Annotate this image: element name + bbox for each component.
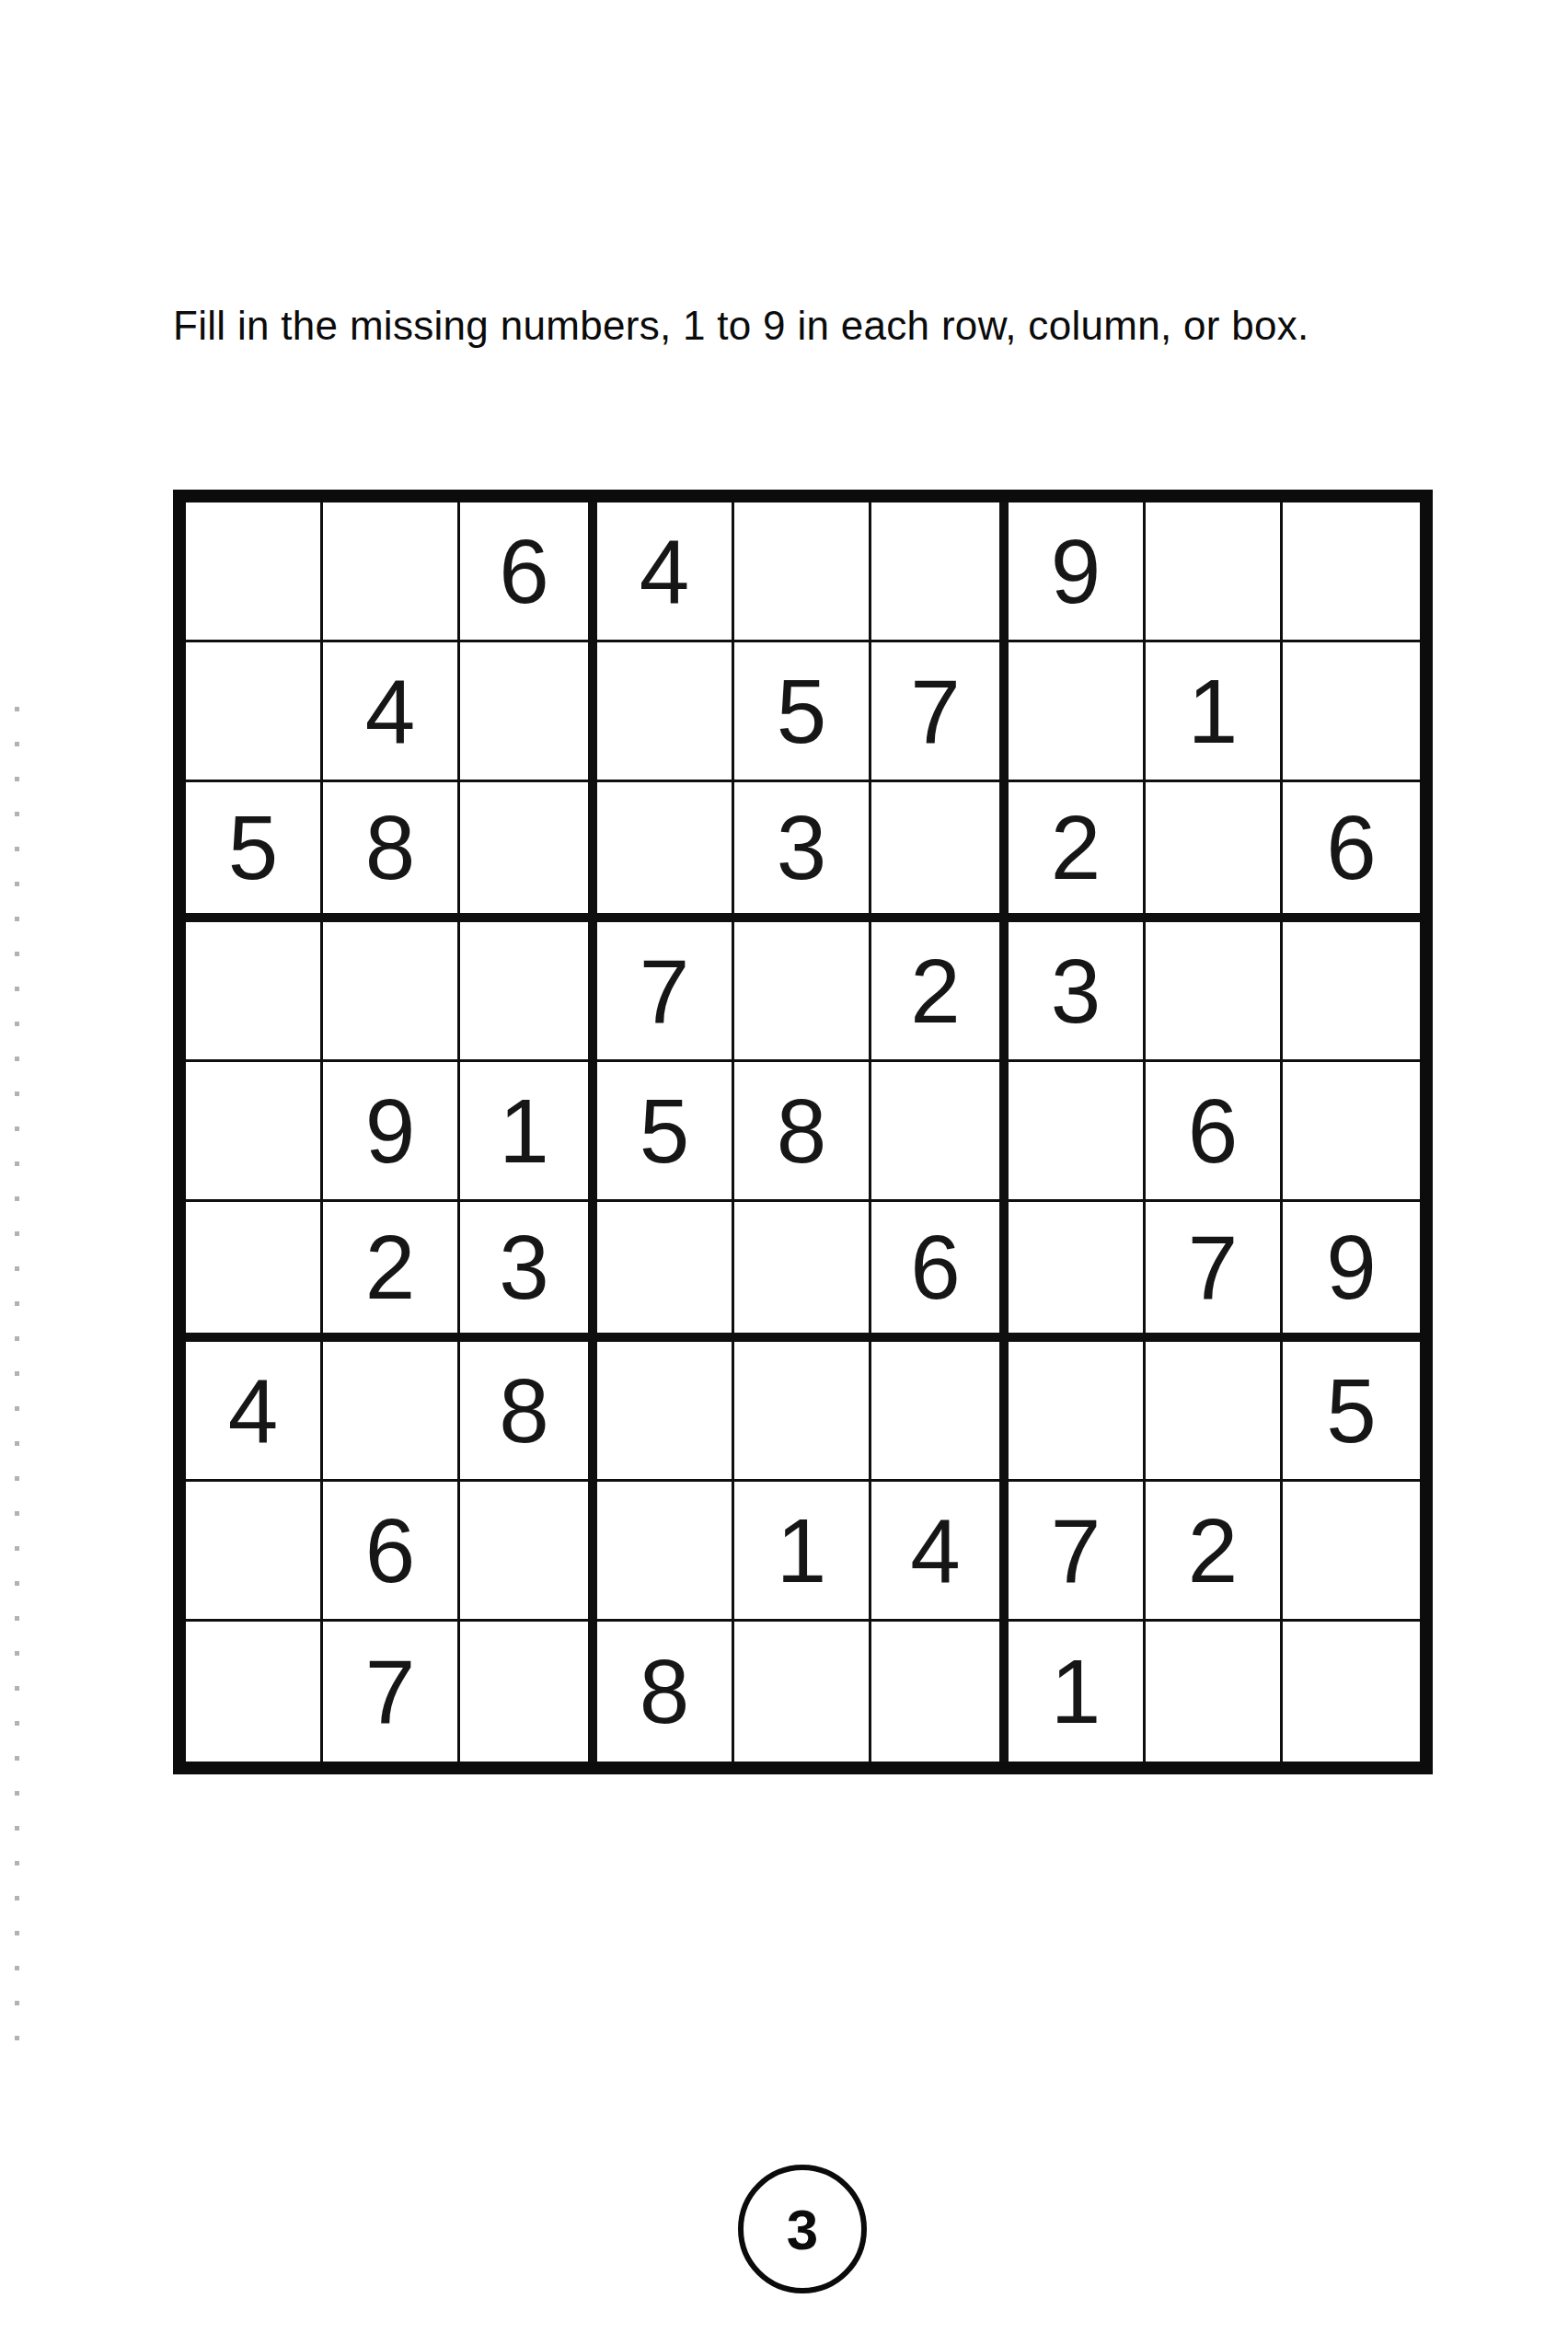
sudoku-cell-r6c6: 6 [871,1202,1009,1342]
sudoku-cell-r8c5: 1 [734,1482,871,1622]
sudoku-cell-r3c6 [871,782,1009,922]
sudoku-cell-r9c4: 8 [597,1622,734,1762]
page-number: 3 [787,2197,818,2262]
sudoku-cell-r9c8 [1146,1622,1283,1762]
sudoku-cell-r4c9 [1283,922,1420,1062]
sudoku-grid: 649457158326723915862367948561472781 [173,490,1433,1774]
scan-artifact-dots [15,707,19,2041]
sudoku-cell-r3c4 [597,782,734,922]
sudoku-cell-r2c9 [1283,642,1420,782]
sudoku-cell-r9c9 [1283,1622,1420,1762]
sudoku-cell-r7c6 [871,1342,1009,1482]
sudoku-cell-r4c4: 7 [597,922,734,1062]
sudoku-cell-r6c1 [186,1202,323,1342]
sudoku-cell-r8c4 [597,1482,734,1622]
sudoku-cell-r6c8: 7 [1146,1202,1283,1342]
sudoku-cell-r9c7: 1 [1009,1622,1146,1762]
sudoku-cell-r8c6: 4 [871,1482,1009,1622]
sudoku-cell-r6c7 [1009,1202,1146,1342]
sudoku-cell-r2c3 [460,642,597,782]
sudoku-cell-r1c5 [734,502,871,642]
sudoku-cell-r2c4 [597,642,734,782]
sudoku-cell-r8c9 [1283,1482,1420,1622]
sudoku-cell-r7c9: 5 [1283,1342,1420,1482]
sudoku-cell-r1c6 [871,502,1009,642]
sudoku-cell-r5c4: 5 [597,1062,734,1202]
page-number-badge: 3 [738,2165,867,2293]
sudoku-cell-r7c7 [1009,1342,1146,1482]
sudoku-cell-r4c7: 3 [1009,922,1146,1062]
sudoku-cell-r3c7: 2 [1009,782,1146,922]
sudoku-cell-r3c3 [460,782,597,922]
sudoku-cell-r8c2: 6 [323,1482,460,1622]
sudoku-cell-r7c4 [597,1342,734,1482]
sudoku-cell-r6c4 [597,1202,734,1342]
sudoku-cell-r9c5 [734,1622,871,1762]
sudoku-cell-r7c3: 8 [460,1342,597,1482]
sudoku-cell-r4c6: 2 [871,922,1009,1062]
sudoku-cell-r3c8 [1146,782,1283,922]
sudoku-cell-r8c1 [186,1482,323,1622]
sudoku-cell-r5c8: 6 [1146,1062,1283,1202]
sudoku-cell-r8c7: 7 [1009,1482,1146,1622]
sudoku-cell-r8c3 [460,1482,597,1622]
sudoku-cell-r9c2: 7 [323,1622,460,1762]
sudoku-cell-r6c3: 3 [460,1202,597,1342]
sudoku-cell-r7c2 [323,1342,460,1482]
sudoku-cell-r9c1 [186,1622,323,1762]
sudoku-cell-r1c2 [323,502,460,642]
sudoku-cell-r9c6 [871,1622,1009,1762]
sudoku-cell-r4c5 [734,922,871,1062]
sudoku-cell-r6c2: 2 [323,1202,460,1342]
sudoku-cell-r1c4: 4 [597,502,734,642]
sudoku-cell-r5c1 [186,1062,323,1202]
sudoku-cell-r2c6: 7 [871,642,1009,782]
sudoku-cell-r5c7 [1009,1062,1146,1202]
sudoku-cell-r2c5: 5 [734,642,871,782]
sudoku-cell-r6c5 [734,1202,871,1342]
sudoku-cell-r4c1 [186,922,323,1062]
sudoku-cell-r1c1 [186,502,323,642]
sudoku-cell-r5c3: 1 [460,1062,597,1202]
sudoku-cell-r2c7 [1009,642,1146,782]
sudoku-cell-r1c7: 9 [1009,502,1146,642]
sudoku-cell-r9c3 [460,1622,597,1762]
sudoku-cell-r7c8 [1146,1342,1283,1482]
sudoku-cell-r3c9: 6 [1283,782,1420,922]
sudoku-cell-r2c2: 4 [323,642,460,782]
sudoku-cell-r8c8: 2 [1146,1482,1283,1622]
sudoku-cell-r7c1: 4 [186,1342,323,1482]
sudoku-cell-r1c9 [1283,502,1420,642]
sudoku-cell-r6c9: 9 [1283,1202,1420,1342]
sudoku-cell-r2c1 [186,642,323,782]
sudoku-cell-r4c3 [460,922,597,1062]
sudoku-cell-r1c8 [1146,502,1283,642]
sudoku-cell-r5c2: 9 [323,1062,460,1202]
puzzle-page: Fill in the missing numbers, 1 to 9 in e… [0,0,1568,2345]
sudoku-cell-r5c9 [1283,1062,1420,1202]
sudoku-cell-r3c5: 3 [734,782,871,922]
sudoku-cell-r3c2: 8 [323,782,460,922]
sudoku-cell-r5c6 [871,1062,1009,1202]
sudoku-cell-r5c5: 8 [734,1062,871,1202]
sudoku-cell-r2c8: 1 [1146,642,1283,782]
sudoku-cell-r7c5 [734,1342,871,1482]
sudoku-cell-r4c2 [323,922,460,1062]
sudoku-cell-r3c1: 5 [186,782,323,922]
instruction-text: Fill in the missing numbers, 1 to 9 in e… [173,304,1309,348]
sudoku-cell-r1c3: 6 [460,502,597,642]
sudoku-cell-r4c8 [1146,922,1283,1062]
